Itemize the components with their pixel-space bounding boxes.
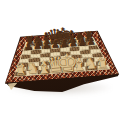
board-scene: ♜♞♝♛♚♝♞♜♟♟♟♟♟♟♟♟♟♟♟♟♟♟♟♟♜♞♝♛♚♝♞♜ bbox=[0, 0, 120, 120]
chess-set-photo: ♜♞♝♛♚♝♞♜♟♟♟♟♟♟♟♟♟♟♟♟♟♟♟♟♜♞♝♛♚♝♞♜ bbox=[0, 0, 120, 120]
pieces-layer: ♜♞♝♛♚♝♞♜♟♟♟♟♟♟♟♟♟♟♟♟♟♟♟♟♜♞♝♛♚♝♞♜ bbox=[0, 0, 120, 120]
piece-black-pawn: ♟ bbox=[86, 37, 96, 47]
piece-white-rook: ♜ bbox=[96, 57, 109, 72]
